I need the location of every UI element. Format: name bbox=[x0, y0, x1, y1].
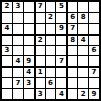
cell-r5c1[interactable]: 3 bbox=[2, 46, 12, 56]
cell-r3c1[interactable]: 4 bbox=[2, 24, 12, 34]
cell-r5c6[interactable] bbox=[56, 46, 66, 56]
cell-r2c2[interactable] bbox=[13, 13, 23, 23]
cell-r4c5[interactable] bbox=[46, 36, 56, 45]
cell-r5c9[interactable]: 6 bbox=[89, 46, 99, 56]
cell-r7c5[interactable] bbox=[46, 68, 56, 77]
cell-r6c4[interactable] bbox=[36, 56, 45, 66]
cell-r8c1[interactable] bbox=[2, 78, 12, 88]
cell-r6c7[interactable] bbox=[68, 56, 77, 66]
cell-r1c4[interactable]: 7 bbox=[36, 2, 45, 12]
cell-r3c6[interactable]: 9 bbox=[56, 24, 66, 34]
cell-r4c3[interactable] bbox=[24, 36, 34, 45]
cell-r1c5[interactable] bbox=[46, 2, 56, 12]
cell-r7c9[interactable]: 7 bbox=[89, 68, 99, 77]
cell-r2c3[interactable] bbox=[24, 13, 34, 23]
cell-r2c8[interactable]: 8 bbox=[78, 13, 88, 23]
cell-r8c3[interactable]: 3 bbox=[24, 78, 34, 88]
cell-r8c2[interactable]: 7 bbox=[13, 78, 23, 88]
cell-r4c6[interactable] bbox=[56, 36, 66, 45]
cell-r3c5[interactable] bbox=[46, 24, 56, 34]
cell-r7c8[interactable] bbox=[78, 68, 88, 77]
cell-r8c8[interactable] bbox=[78, 78, 88, 88]
cell-r2c7[interactable]: 6 bbox=[68, 13, 77, 23]
cell-r7c6[interactable] bbox=[56, 68, 66, 77]
cell-r9c5[interactable] bbox=[46, 89, 56, 99]
cell-r6c8[interactable] bbox=[78, 56, 88, 66]
cell-r9c2[interactable] bbox=[13, 89, 23, 99]
cell-r1c2[interactable]: 3 bbox=[13, 2, 23, 12]
cell-r6c5[interactable] bbox=[46, 56, 56, 66]
cell-r3c7[interactable]: 7 bbox=[68, 24, 77, 34]
cell-r9c1[interactable] bbox=[2, 89, 12, 99]
cell-r2c9[interactable] bbox=[89, 13, 99, 23]
cell-r9c3[interactable] bbox=[24, 89, 34, 99]
cell-r2c5[interactable]: 2 bbox=[46, 13, 56, 23]
cell-r2c4[interactable] bbox=[36, 13, 45, 23]
cell-r1c1[interactable]: 2 bbox=[2, 2, 12, 12]
cell-r1c9[interactable] bbox=[89, 2, 99, 12]
cell-r6c1[interactable] bbox=[2, 56, 12, 66]
cell-r2c6[interactable] bbox=[56, 13, 66, 23]
cell-r2c1[interactable] bbox=[2, 13, 12, 23]
cell-r1c7[interactable] bbox=[68, 2, 77, 12]
cell-r9c7[interactable] bbox=[68, 89, 77, 99]
cell-r7c1[interactable] bbox=[2, 68, 12, 77]
cell-r5c5[interactable] bbox=[46, 46, 56, 56]
cell-r6c3[interactable]: 9 bbox=[24, 56, 34, 66]
cell-r1c8[interactable] bbox=[78, 2, 88, 12]
cell-r7c3[interactable]: 4 bbox=[24, 68, 34, 77]
cell-r5c8[interactable] bbox=[78, 46, 88, 56]
cell-r9c8[interactable]: 2 bbox=[78, 89, 88, 99]
cell-r4c9[interactable] bbox=[89, 36, 99, 45]
cell-r5c4[interactable] bbox=[36, 46, 45, 56]
cell-r8c9[interactable] bbox=[89, 78, 99, 88]
cell-r7c2[interactable] bbox=[13, 68, 23, 77]
cell-r1c3[interactable] bbox=[24, 2, 34, 12]
cell-r6c9[interactable] bbox=[89, 56, 99, 66]
cell-r3c4[interactable] bbox=[36, 24, 45, 34]
cell-r5c2[interactable] bbox=[13, 46, 23, 56]
cell-r7c4[interactable]: 1 bbox=[36, 68, 45, 77]
cell-r9c6[interactable]: 4 bbox=[56, 89, 66, 99]
cell-r3c2[interactable] bbox=[13, 24, 23, 34]
cell-r8c4[interactable] bbox=[36, 78, 45, 88]
cell-r8c6[interactable] bbox=[56, 78, 66, 88]
cell-r3c8[interactable] bbox=[78, 24, 88, 34]
sudoku-board: 2375268497284364974177363429 bbox=[0, 0, 101, 101]
cell-r5c7[interactable] bbox=[68, 46, 77, 56]
cell-r8c7[interactable] bbox=[68, 78, 77, 88]
cell-r4c2[interactable] bbox=[13, 36, 23, 45]
cell-r7c7[interactable] bbox=[68, 68, 77, 77]
cell-r6c6[interactable]: 7 bbox=[56, 56, 66, 66]
cell-r1c6[interactable]: 5 bbox=[56, 2, 66, 12]
cell-r4c8[interactable]: 4 bbox=[78, 36, 88, 45]
cell-r9c9[interactable]: 9 bbox=[89, 89, 99, 99]
cell-r5c3[interactable] bbox=[24, 46, 34, 56]
cell-r4c4[interactable]: 2 bbox=[36, 36, 45, 45]
cell-r9c4[interactable]: 3 bbox=[36, 89, 45, 99]
cell-r4c1[interactable] bbox=[2, 36, 12, 45]
cell-r6c2[interactable]: 4 bbox=[13, 56, 23, 66]
cell-r4c7[interactable]: 8 bbox=[68, 36, 77, 45]
cell-r8c5[interactable]: 6 bbox=[46, 78, 56, 88]
cell-r3c9[interactable] bbox=[89, 24, 99, 34]
cell-r3c3[interactable] bbox=[24, 24, 34, 34]
